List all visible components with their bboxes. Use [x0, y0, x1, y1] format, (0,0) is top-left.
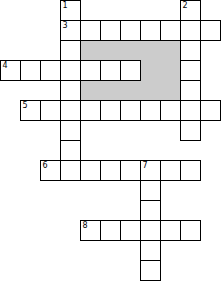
cell[interactable]	[80, 100, 101, 121]
cell[interactable]	[140, 220, 161, 241]
cell[interactable]	[120, 20, 141, 41]
cell[interactable]: 5	[20, 100, 41, 121]
cell[interactable]	[60, 60, 81, 81]
cell[interactable]	[200, 100, 221, 121]
clue-number: 2	[183, 1, 188, 10]
cell[interactable]	[180, 120, 201, 141]
cell[interactable]	[60, 80, 81, 101]
cell[interactable]	[140, 100, 161, 121]
cell[interactable]	[60, 40, 81, 61]
cell[interactable]: 6	[40, 160, 61, 181]
cell[interactable]	[80, 160, 101, 181]
cell[interactable]	[160, 220, 181, 241]
cell[interactable]	[140, 200, 161, 221]
cell[interactable]	[60, 120, 81, 141]
cell[interactable]	[60, 160, 81, 181]
clue-number: 7	[143, 161, 148, 170]
clue-number: 4	[3, 61, 8, 70]
cell[interactable]: 8	[80, 220, 101, 241]
cell[interactable]	[120, 100, 141, 121]
cell[interactable]	[160, 100, 181, 121]
cell[interactable]	[140, 240, 161, 261]
cell[interactable]	[200, 20, 221, 41]
cell[interactable]	[180, 20, 201, 41]
cell[interactable]: 1	[60, 0, 81, 21]
cell[interactable]	[20, 60, 41, 81]
cell[interactable]	[100, 160, 121, 181]
cell[interactable]	[180, 60, 201, 81]
cell[interactable]	[180, 80, 201, 101]
cell[interactable]	[180, 160, 201, 181]
cell[interactable]	[140, 20, 161, 41]
cell[interactable]	[140, 180, 161, 201]
cell[interactable]	[180, 100, 201, 121]
cell[interactable]	[120, 60, 141, 81]
cell[interactable]	[60, 100, 81, 121]
cell[interactable]	[160, 160, 181, 181]
clue-number: 3	[63, 21, 68, 30]
cell[interactable]: 3	[60, 20, 81, 41]
crossword-board: 12345678	[0, 0, 221, 281]
cell[interactable]: 4	[0, 60, 21, 81]
cell[interactable]	[100, 60, 121, 81]
cell[interactable]	[120, 220, 141, 241]
clue-number: 1	[63, 1, 68, 10]
cell[interactable]	[140, 260, 161, 281]
cell[interactable]	[100, 20, 121, 41]
cell[interactable]	[40, 60, 61, 81]
cell[interactable]	[80, 60, 101, 81]
cell[interactable]	[80, 20, 101, 41]
cell[interactable]	[160, 20, 181, 41]
clue-number: 6	[43, 161, 48, 170]
cell[interactable]	[120, 160, 141, 181]
cell[interactable]	[60, 140, 81, 161]
cell[interactable]	[40, 100, 61, 121]
cell[interactable]	[100, 220, 121, 241]
cell[interactable]: 7	[140, 160, 161, 181]
clue-number: 5	[23, 101, 28, 110]
cell[interactable]	[100, 100, 121, 121]
cell[interactable]: 2	[180, 0, 201, 21]
clue-number: 8	[83, 221, 88, 230]
cell[interactable]	[180, 40, 201, 61]
cell[interactable]	[180, 220, 201, 241]
